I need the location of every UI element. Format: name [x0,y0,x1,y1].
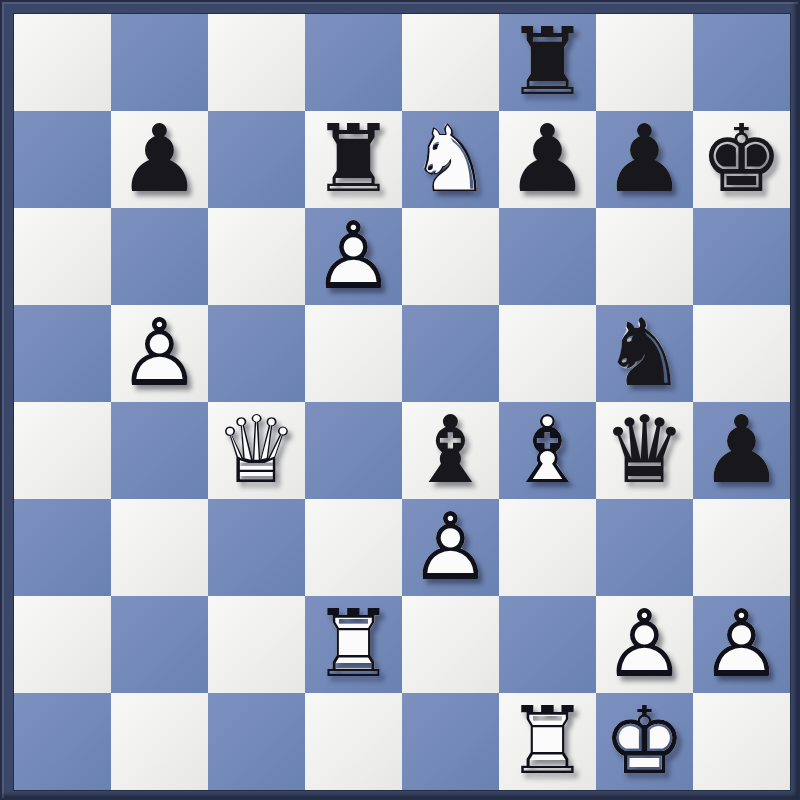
square-d7[interactable]: ♖♜ [305,111,402,208]
white-pawn-icon: ♟ [305,208,402,305]
square-e7[interactable]: ♞♘ [402,111,499,208]
square-c4[interactable]: ♛♕ [208,402,305,499]
black-pawn-icon: ♙ [596,111,693,208]
black-rook-icon: ♜ [499,14,596,111]
square-c3[interactable] [208,499,305,596]
square-h2[interactable]: ♟♙ [693,596,790,693]
square-b1[interactable] [111,693,208,790]
white-pawn-icon: ♙ [596,596,693,693]
square-d5[interactable] [305,305,402,402]
square-b7[interactable]: ♙♟ [111,111,208,208]
square-b5[interactable]: ♟♙ [111,305,208,402]
square-c2[interactable] [208,596,305,693]
square-g5[interactable]: ♘♞ [596,305,693,402]
black-rook[interactable]: ♖♜ [499,14,596,111]
square-e1[interactable] [402,693,499,790]
square-f3[interactable] [499,499,596,596]
square-h8[interactable] [693,14,790,111]
white-knight-icon: ♘ [402,111,499,208]
square-h7[interactable]: ♔♚ [693,111,790,208]
black-bishop-icon: ♗ [402,402,499,499]
chess-board: ♖♜♙♟♖♜♞♘♙♟♙♟♔♚♟♙♟♙♘♞♛♕♗♝♝♗♕♛♙♟♟♙♜♖♟♙♟♙♜♖… [14,14,790,790]
white-rook-icon: ♖ [499,693,596,790]
square-d8[interactable] [305,14,402,111]
white-pawn-icon: ♙ [111,305,208,402]
square-h3[interactable] [693,499,790,596]
square-f5[interactable] [499,305,596,402]
square-f8[interactable]: ♖♜ [499,14,596,111]
square-e2[interactable] [402,596,499,693]
square-c8[interactable] [208,14,305,111]
black-knight-icon: ♘ [596,305,693,402]
black-knight[interactable]: ♘♞ [596,305,693,402]
square-b3[interactable] [111,499,208,596]
black-pawn-icon: ♟ [111,111,208,208]
white-rook-icon: ♜ [305,596,402,693]
black-pawn-icon: ♟ [499,111,596,208]
square-b4[interactable] [111,402,208,499]
white-knight[interactable]: ♞♘ [402,111,499,208]
square-e6[interactable] [402,208,499,305]
square-g2[interactable]: ♟♙ [596,596,693,693]
white-pawn-icon: ♟ [111,305,208,402]
square-a2[interactable] [14,596,111,693]
square-c1[interactable] [208,693,305,790]
square-b6[interactable] [111,208,208,305]
black-king-icon: ♚ [693,111,790,208]
square-g4[interactable]: ♕♛ [596,402,693,499]
square-e8[interactable] [402,14,499,111]
black-pawn-icon: ♙ [693,402,790,499]
white-pawn[interactable]: ♟♙ [305,208,402,305]
square-c7[interactable] [208,111,305,208]
white-pawn-icon: ♙ [402,499,499,596]
square-b2[interactable] [111,596,208,693]
square-g8[interactable] [596,14,693,111]
black-pawn[interactable]: ♙♟ [596,111,693,208]
white-pawn-icon: ♙ [305,208,402,305]
white-queen-icon: ♛ [208,402,305,499]
black-pawn-icon: ♟ [596,111,693,208]
square-g1[interactable]: ♚♔ [596,693,693,790]
square-f7[interactable]: ♙♟ [499,111,596,208]
white-pawn[interactable]: ♟♙ [111,305,208,402]
black-pawn-icon: ♟ [693,402,790,499]
square-a7[interactable] [14,111,111,208]
white-rook[interactable]: ♜♖ [499,693,596,790]
square-c6[interactable] [208,208,305,305]
square-a6[interactable] [14,208,111,305]
white-pawn[interactable]: ♟♙ [693,596,790,693]
white-rook[interactable]: ♜♖ [305,596,402,693]
square-a5[interactable] [14,305,111,402]
square-h6[interactable] [693,208,790,305]
white-queen[interactable]: ♛♕ [208,402,305,499]
black-pawn[interactable]: ♙♟ [111,111,208,208]
black-rook-icon: ♜ [305,111,402,208]
square-b8[interactable] [111,14,208,111]
white-bishop[interactable]: ♝♗ [499,402,596,499]
white-rook-icon: ♜ [499,693,596,790]
white-pawn-icon: ♙ [693,596,790,693]
black-pawn[interactable]: ♙♟ [499,111,596,208]
black-pawn-icon: ♙ [499,111,596,208]
square-f6[interactable] [499,208,596,305]
square-a3[interactable] [14,499,111,596]
white-king[interactable]: ♚♔ [596,693,693,790]
white-king-icon: ♔ [596,693,693,790]
board-frame: ♖♜♙♟♖♜♞♘♙♟♙♟♔♚♟♙♟♙♘♞♛♕♗♝♝♗♕♛♙♟♟♙♜♖♟♙♟♙♜♖… [0,0,800,800]
black-queen-icon: ♛ [596,402,693,499]
square-a4[interactable] [14,402,111,499]
white-pawn-icon: ♟ [693,596,790,693]
white-knight-icon: ♞ [402,111,499,208]
white-pawn[interactable]: ♟♙ [596,596,693,693]
square-f4[interactable]: ♝♗ [499,402,596,499]
square-h5[interactable] [693,305,790,402]
black-king[interactable]: ♔♚ [693,111,790,208]
square-d2[interactable]: ♜♖ [305,596,402,693]
square-f2[interactable] [499,596,596,693]
square-d4[interactable] [305,402,402,499]
white-rook-icon: ♖ [305,596,402,693]
white-queen-icon: ♕ [208,402,305,499]
square-e3[interactable]: ♟♙ [402,499,499,596]
square-a8[interactable] [14,14,111,111]
square-e5[interactable] [402,305,499,402]
square-h1[interactable] [693,693,790,790]
black-rook[interactable]: ♖♜ [305,111,402,208]
white-pawn-icon: ♟ [402,499,499,596]
square-d1[interactable] [305,693,402,790]
white-bishop-icon: ♗ [499,402,596,499]
black-rook-icon: ♖ [305,111,402,208]
black-queen-icon: ♕ [596,402,693,499]
white-bishop-icon: ♝ [499,402,596,499]
black-bishop[interactable]: ♗♝ [402,402,499,499]
square-d6[interactable]: ♟♙ [305,208,402,305]
black-rook-icon: ♖ [499,14,596,111]
square-d3[interactable] [305,499,402,596]
white-pawn-icon: ♟ [596,596,693,693]
white-king-icon: ♚ [596,693,693,790]
square-h4[interactable]: ♙♟ [693,402,790,499]
black-queen[interactable]: ♕♛ [596,402,693,499]
white-pawn[interactable]: ♟♙ [402,499,499,596]
black-king-icon: ♔ [693,111,790,208]
square-c5[interactable] [208,305,305,402]
black-pawn[interactable]: ♙♟ [693,402,790,499]
square-g7[interactable]: ♙♟ [596,111,693,208]
black-pawn-icon: ♙ [111,111,208,208]
square-e4[interactable]: ♗♝ [402,402,499,499]
black-bishop-icon: ♝ [402,402,499,499]
square-g3[interactable] [596,499,693,596]
black-knight-icon: ♞ [596,305,693,402]
square-f1[interactable]: ♜♖ [499,693,596,790]
square-g6[interactable] [596,208,693,305]
square-a1[interactable] [14,693,111,790]
